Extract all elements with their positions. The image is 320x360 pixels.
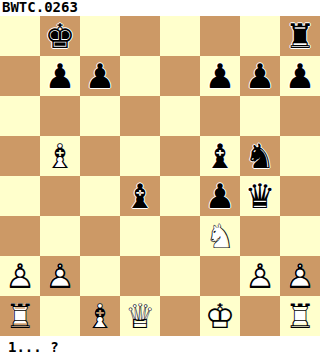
square-d2[interactable] (120, 256, 160, 296)
piece-black-king: ♚ (40, 16, 80, 56)
square-c2[interactable] (80, 256, 120, 296)
black-pawn-glyph: ♟ (200, 56, 240, 96)
square-b5[interactable]: ♝♗ (40, 136, 80, 176)
white-king-glyph: ♔ (200, 296, 240, 336)
square-g8[interactable] (240, 16, 280, 56)
piece-black-pawn: ♟ (280, 56, 320, 96)
piece-white-rook: ♜♖ (280, 296, 320, 336)
square-f8[interactable] (200, 16, 240, 56)
square-c8[interactable] (80, 16, 120, 56)
square-g7[interactable]: ♟ (240, 56, 280, 96)
piece-black-pawn: ♟ (200, 56, 240, 96)
square-e6[interactable] (160, 96, 200, 136)
black-rook-glyph: ♜ (280, 16, 320, 56)
black-bishop-glyph: ♝ (200, 136, 240, 176)
square-c3[interactable] (80, 216, 120, 256)
piece-black-knight: ♞ (240, 136, 280, 176)
square-f7[interactable]: ♟ (200, 56, 240, 96)
square-b2[interactable]: ♟♙ (40, 256, 80, 296)
square-d4[interactable]: ♝ (120, 176, 160, 216)
square-b4[interactable] (40, 176, 80, 216)
white-rook-glyph: ♖ (0, 296, 40, 336)
square-c6[interactable] (80, 96, 120, 136)
white-queen-glyph: ♕ (120, 296, 160, 336)
square-b6[interactable] (40, 96, 80, 136)
square-f3[interactable]: ♞♘ (200, 216, 240, 256)
white-pawn-glyph: ♙ (0, 256, 40, 296)
square-h6[interactable] (280, 96, 320, 136)
piece-white-pawn: ♟♙ (240, 256, 280, 296)
piece-black-pawn: ♟ (80, 56, 120, 96)
piece-black-bishop: ♝ (200, 136, 240, 176)
white-bishop-glyph: ♗ (80, 296, 120, 336)
black-knight-glyph: ♞ (240, 136, 280, 176)
black-king-glyph: ♚ (40, 16, 80, 56)
black-pawn-glyph: ♟ (40, 56, 80, 96)
piece-white-pawn: ♟♙ (0, 256, 40, 296)
piece-white-bishop: ♝♗ (80, 296, 120, 336)
square-h7[interactable]: ♟ (280, 56, 320, 96)
square-d8[interactable] (120, 16, 160, 56)
square-e5[interactable] (160, 136, 200, 176)
piece-white-pawn: ♟♙ (40, 256, 80, 296)
piece-black-queen: ♛ (240, 176, 280, 216)
square-c4[interactable] (80, 176, 120, 216)
black-pawn-glyph: ♟ (280, 56, 320, 96)
square-c1[interactable]: ♝♗ (80, 296, 120, 336)
square-g3[interactable] (240, 216, 280, 256)
square-e1[interactable] (160, 296, 200, 336)
square-b3[interactable] (40, 216, 80, 256)
square-d5[interactable] (120, 136, 160, 176)
piece-white-bishop: ♝♗ (40, 136, 80, 176)
square-f1[interactable]: ♚♔ (200, 296, 240, 336)
square-e4[interactable] (160, 176, 200, 216)
black-queen-glyph: ♛ (240, 176, 280, 216)
white-bishop-glyph: ♗ (40, 136, 80, 176)
white-pawn-glyph: ♙ (240, 256, 280, 296)
square-a5[interactable] (0, 136, 40, 176)
black-bishop-glyph: ♝ (120, 176, 160, 216)
square-a7[interactable] (0, 56, 40, 96)
square-h5[interactable] (280, 136, 320, 176)
square-a2[interactable]: ♟♙ (0, 256, 40, 296)
piece-white-queen: ♛♕ (120, 296, 160, 336)
square-a6[interactable] (0, 96, 40, 136)
square-c5[interactable] (80, 136, 120, 176)
chess-board: ♚♜♟♟♟♟♟♝♗♝♞♝♟♛♞♘♟♙♟♙♟♙♟♙♜♖♝♗♛♕♚♔♜♖ (0, 16, 320, 336)
white-knight-glyph: ♘ (200, 216, 240, 256)
square-d3[interactable] (120, 216, 160, 256)
square-f2[interactable] (200, 256, 240, 296)
square-d1[interactable]: ♛♕ (120, 296, 160, 336)
square-c7[interactable]: ♟ (80, 56, 120, 96)
square-h2[interactable]: ♟♙ (280, 256, 320, 296)
diagram-title: BWTC.0263 (0, 0, 320, 16)
square-h3[interactable] (280, 216, 320, 256)
square-e7[interactable] (160, 56, 200, 96)
square-a4[interactable] (0, 176, 40, 216)
piece-white-rook: ♜♖ (0, 296, 40, 336)
square-f4[interactable]: ♟ (200, 176, 240, 216)
square-g6[interactable] (240, 96, 280, 136)
square-e8[interactable] (160, 16, 200, 56)
piece-black-pawn: ♟ (200, 176, 240, 216)
square-e2[interactable] (160, 256, 200, 296)
square-h4[interactable] (280, 176, 320, 216)
piece-black-bishop: ♝ (120, 176, 160, 216)
square-b8[interactable]: ♚ (40, 16, 80, 56)
square-a1[interactable]: ♜♖ (0, 296, 40, 336)
piece-white-pawn: ♟♙ (280, 256, 320, 296)
square-f5[interactable]: ♝ (200, 136, 240, 176)
square-a8[interactable] (0, 16, 40, 56)
square-b7[interactable]: ♟ (40, 56, 80, 96)
square-g1[interactable] (240, 296, 280, 336)
piece-black-rook: ♜ (280, 16, 320, 56)
square-d6[interactable] (120, 96, 160, 136)
square-a3[interactable] (0, 216, 40, 256)
black-pawn-glyph: ♟ (240, 56, 280, 96)
piece-black-pawn: ♟ (240, 56, 280, 96)
square-h1[interactable]: ♜♖ (280, 296, 320, 336)
white-pawn-glyph: ♙ (280, 256, 320, 296)
square-e3[interactable] (160, 216, 200, 256)
square-d7[interactable] (120, 56, 160, 96)
square-g5[interactable]: ♞ (240, 136, 280, 176)
piece-white-king: ♚♔ (200, 296, 240, 336)
white-pawn-glyph: ♙ (40, 256, 80, 296)
square-b1[interactable] (40, 296, 80, 336)
black-pawn-glyph: ♟ (80, 56, 120, 96)
black-pawn-glyph: ♟ (200, 176, 240, 216)
white-rook-glyph: ♖ (280, 296, 320, 336)
piece-white-knight: ♞♘ (200, 216, 240, 256)
move-prompt: 1... ? (0, 336, 320, 360)
piece-black-pawn: ♟ (40, 56, 80, 96)
square-f6[interactable] (200, 96, 240, 136)
square-g2[interactable]: ♟♙ (240, 256, 280, 296)
square-h8[interactable]: ♜ (280, 16, 320, 56)
square-g4[interactable]: ♛ (240, 176, 280, 216)
